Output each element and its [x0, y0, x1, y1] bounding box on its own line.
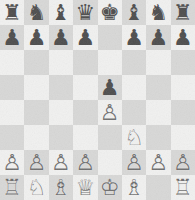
square-g8[interactable]: ♞ [146, 0, 170, 25]
square-h2[interactable]: ♙ [171, 150, 195, 175]
square-a3[interactable] [0, 125, 24, 150]
piece-white-pawn: ♙ [51, 150, 71, 175]
square-e3[interactable] [98, 125, 122, 150]
square-d1[interactable]: ♕ [73, 175, 97, 200]
square-f2[interactable]: ♙ [122, 150, 146, 175]
chess-board: ♜♞♝♛♚♝♞♜♟♟♟♟♟♟♟♟♙♘♙♙♙♙♙♙♙♖♘♗♕♔♗♖ [0, 0, 195, 200]
square-c5[interactable] [49, 75, 73, 100]
piece-black-pawn: ♟ [75, 25, 95, 50]
square-c2[interactable]: ♙ [49, 150, 73, 175]
square-f7[interactable]: ♟ [122, 25, 146, 50]
square-d4[interactable] [73, 100, 97, 125]
piece-black-knight: ♞ [27, 0, 47, 25]
square-h5[interactable] [171, 75, 195, 100]
square-a2[interactable]: ♙ [0, 150, 24, 175]
square-g3[interactable] [146, 125, 170, 150]
piece-black-pawn: ♟ [51, 25, 71, 50]
square-b6[interactable] [24, 50, 48, 75]
square-g7[interactable]: ♟ [146, 25, 170, 50]
piece-white-pawn: ♙ [149, 150, 169, 175]
square-f6[interactable] [122, 50, 146, 75]
square-b7[interactable]: ♟ [24, 25, 48, 50]
piece-black-knight: ♞ [149, 0, 169, 25]
piece-black-pawn: ♟ [149, 25, 169, 50]
square-f5[interactable] [122, 75, 146, 100]
square-c7[interactable]: ♟ [49, 25, 73, 50]
square-e7[interactable] [98, 25, 122, 50]
piece-white-bishop: ♗ [51, 175, 71, 200]
square-b3[interactable] [24, 125, 48, 150]
square-b4[interactable] [24, 100, 48, 125]
piece-black-rook: ♜ [2, 0, 22, 25]
square-c8[interactable]: ♝ [49, 0, 73, 25]
square-g2[interactable]: ♙ [146, 150, 170, 175]
square-e5[interactable]: ♟ [98, 75, 122, 100]
piece-black-pawn: ♟ [124, 25, 144, 50]
square-a7[interactable]: ♟ [0, 25, 24, 50]
square-c1[interactable]: ♗ [49, 175, 73, 200]
square-e4[interactable]: ♙ [98, 100, 122, 125]
square-f4[interactable] [122, 100, 146, 125]
square-h4[interactable] [171, 100, 195, 125]
square-e6[interactable] [98, 50, 122, 75]
square-a4[interactable] [0, 100, 24, 125]
piece-white-bishop: ♗ [124, 175, 144, 200]
square-f8[interactable]: ♝ [122, 0, 146, 25]
square-a8[interactable]: ♜ [0, 0, 24, 25]
square-d7[interactable]: ♟ [73, 25, 97, 50]
piece-black-pawn: ♟ [173, 25, 193, 50]
piece-black-bishop: ♝ [124, 0, 144, 25]
square-b2[interactable]: ♙ [24, 150, 48, 175]
piece-black-pawn: ♟ [27, 25, 47, 50]
piece-black-bishop: ♝ [51, 0, 71, 25]
piece-black-rook: ♜ [173, 0, 193, 25]
square-a5[interactable] [0, 75, 24, 100]
square-a1[interactable]: ♖ [0, 175, 24, 200]
square-c3[interactable] [49, 125, 73, 150]
piece-white-knight: ♘ [27, 175, 47, 200]
square-c4[interactable] [49, 100, 73, 125]
square-e1[interactable]: ♔ [98, 175, 122, 200]
square-g6[interactable] [146, 50, 170, 75]
piece-white-pawn: ♙ [173, 150, 193, 175]
piece-black-queen: ♛ [75, 0, 95, 25]
square-e8[interactable]: ♚ [98, 0, 122, 25]
square-h8[interactable]: ♜ [171, 0, 195, 25]
square-b5[interactable] [24, 75, 48, 100]
piece-black-pawn: ♟ [100, 75, 120, 100]
piece-white-rook: ♖ [2, 175, 22, 200]
square-d2[interactable]: ♙ [73, 150, 97, 175]
square-h3[interactable] [171, 125, 195, 150]
piece-white-pawn: ♙ [100, 100, 120, 125]
square-d3[interactable] [73, 125, 97, 150]
square-f1[interactable]: ♗ [122, 175, 146, 200]
square-c6[interactable] [49, 50, 73, 75]
piece-white-rook: ♖ [173, 175, 193, 200]
square-h1[interactable]: ♖ [171, 175, 195, 200]
piece-white-pawn: ♙ [2, 150, 22, 175]
square-e2[interactable] [98, 150, 122, 175]
square-d8[interactable]: ♛ [73, 0, 97, 25]
square-g5[interactable] [146, 75, 170, 100]
square-h6[interactable] [171, 50, 195, 75]
square-b8[interactable]: ♞ [24, 0, 48, 25]
square-f3[interactable]: ♘ [122, 125, 146, 150]
piece-white-knight: ♘ [124, 125, 144, 150]
piece-white-king: ♔ [100, 175, 120, 200]
chess-app: ♜♞♝♛♚♝♞♜♟♟♟♟♟♟♟♟♙♘♙♙♙♙♙♙♙♖♘♗♕♔♗♖ [0, 0, 195, 200]
piece-white-pawn: ♙ [124, 150, 144, 175]
square-h7[interactable]: ♟ [171, 25, 195, 50]
square-a6[interactable] [0, 50, 24, 75]
piece-black-pawn: ♟ [2, 25, 22, 50]
piece-white-pawn: ♙ [75, 150, 95, 175]
square-d5[interactable] [73, 75, 97, 100]
square-d6[interactable] [73, 50, 97, 75]
square-g1[interactable] [146, 175, 170, 200]
piece-white-queen: ♕ [75, 175, 95, 200]
square-g4[interactable] [146, 100, 170, 125]
piece-white-pawn: ♙ [27, 150, 47, 175]
square-b1[interactable]: ♘ [24, 175, 48, 200]
piece-black-king: ♚ [100, 0, 120, 25]
